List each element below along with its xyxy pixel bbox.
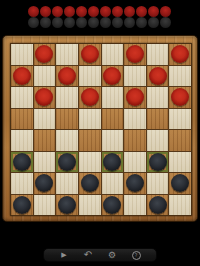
square-13[interactable] — [11, 109, 33, 130]
light-square[interactable] — [147, 44, 169, 65]
red-tray-piece — [160, 6, 171, 17]
settings-button[interactable]: ⚙ — [106, 249, 118, 261]
light-square[interactable] — [169, 152, 191, 173]
red-piece[interactable] — [81, 45, 99, 63]
square-19[interactable] — [124, 130, 146, 151]
red-piece[interactable] — [35, 88, 53, 106]
light-square[interactable] — [34, 195, 56, 216]
black-tray-piece — [136, 17, 147, 28]
red-piece[interactable] — [171, 88, 189, 106]
board-frame — [2, 35, 198, 222]
light-square[interactable] — [102, 44, 124, 65]
help-button[interactable]: ? — [130, 249, 142, 261]
black-piece[interactable] — [58, 196, 76, 214]
red-piece[interactable] — [149, 67, 167, 85]
play-button[interactable]: ▶ — [58, 249, 70, 261]
square-14[interactable] — [56, 109, 78, 130]
red-tray-piece — [136, 6, 147, 17]
black-tray-piece — [88, 17, 99, 28]
black-tray-piece — [52, 17, 63, 28]
light-square[interactable] — [56, 130, 78, 151]
red-tray-piece — [28, 6, 39, 17]
light-square[interactable] — [56, 173, 78, 194]
red-piece[interactable] — [171, 45, 189, 63]
black-tray-row — [28, 17, 172, 28]
square-1[interactable] — [34, 44, 56, 65]
light-square[interactable] — [169, 195, 191, 216]
light-square[interactable] — [79, 152, 101, 173]
gear-icon: ⚙ — [108, 251, 116, 260]
black-tray-piece — [76, 17, 87, 28]
light-square[interactable] — [11, 130, 33, 151]
play-icon: ▶ — [61, 252, 66, 259]
square-2[interactable] — [79, 44, 101, 65]
square-30[interactable] — [56, 195, 78, 216]
square-11[interactable] — [124, 87, 146, 108]
square-4[interactable] — [169, 44, 191, 65]
undo-icon: ↶ — [84, 250, 92, 260]
red-piece[interactable] — [126, 88, 144, 106]
captured-piece-tray — [28, 6, 172, 28]
square-21[interactable] — [11, 152, 33, 173]
black-tray-piece — [64, 17, 75, 28]
square-17[interactable] — [34, 130, 56, 151]
light-square[interactable] — [124, 195, 146, 216]
light-square[interactable] — [124, 152, 146, 173]
black-piece[interactable] — [13, 196, 31, 214]
square-31[interactable] — [102, 195, 124, 216]
black-tray-piece — [40, 17, 51, 28]
square-25[interactable] — [34, 173, 56, 194]
square-20[interactable] — [169, 130, 191, 151]
black-piece[interactable] — [35, 174, 53, 192]
light-square[interactable] — [102, 87, 124, 108]
red-tray-piece — [124, 6, 135, 17]
light-square[interactable] — [79, 66, 101, 87]
red-tray-piece — [112, 6, 123, 17]
light-square[interactable] — [124, 109, 146, 130]
black-piece[interactable] — [149, 196, 167, 214]
light-square[interactable] — [34, 66, 56, 87]
light-square[interactable] — [169, 66, 191, 87]
square-5[interactable] — [11, 66, 33, 87]
square-9[interactable] — [34, 87, 56, 108]
red-piece[interactable] — [35, 45, 53, 63]
light-square[interactable] — [147, 173, 169, 194]
black-piece[interactable] — [58, 153, 76, 171]
black-tray-piece — [124, 17, 135, 28]
black-piece[interactable] — [126, 174, 144, 192]
help-icon: ? — [132, 251, 141, 260]
red-tray-piece — [52, 6, 63, 17]
black-tray-piece — [160, 17, 171, 28]
square-23[interactable] — [102, 152, 124, 173]
square-16[interactable] — [147, 109, 169, 130]
red-tray-piece — [148, 6, 159, 17]
black-tray-piece — [148, 17, 159, 28]
light-square[interactable] — [34, 109, 56, 130]
square-6[interactable] — [56, 66, 78, 87]
bottom-toolbar: ▶ ↶ ⚙ ? — [43, 248, 157, 262]
black-piece[interactable] — [149, 153, 167, 171]
light-square[interactable] — [11, 44, 33, 65]
light-square[interactable] — [147, 87, 169, 108]
red-tray-piece — [88, 6, 99, 17]
light-square[interactable] — [102, 173, 124, 194]
light-square[interactable] — [124, 66, 146, 87]
black-piece[interactable] — [103, 196, 121, 214]
square-15[interactable] — [102, 109, 124, 130]
light-square[interactable] — [102, 130, 124, 151]
light-square[interactable] — [56, 44, 78, 65]
red-piece[interactable] — [58, 67, 76, 85]
red-tray-piece — [100, 6, 111, 17]
square-27[interactable] — [124, 173, 146, 194]
square-3[interactable] — [124, 44, 146, 65]
square-24[interactable] — [147, 152, 169, 173]
square-10[interactable] — [79, 87, 101, 108]
square-28[interactable] — [169, 173, 191, 194]
light-square[interactable] — [169, 109, 191, 130]
red-piece[interactable] — [13, 67, 31, 85]
square-8[interactable] — [147, 66, 169, 87]
red-tray-piece — [64, 6, 75, 17]
red-piece[interactable] — [103, 67, 121, 85]
square-12[interactable] — [169, 87, 191, 108]
light-square[interactable] — [56, 87, 78, 108]
black-tray-piece — [28, 17, 39, 28]
red-piece[interactable] — [81, 88, 99, 106]
light-square[interactable] — [11, 173, 33, 194]
light-square[interactable] — [79, 109, 101, 130]
black-tray-piece — [100, 17, 111, 28]
black-tray-piece — [112, 17, 123, 28]
square-29[interactable] — [11, 195, 33, 216]
light-square[interactable] — [147, 130, 169, 151]
light-square[interactable] — [79, 195, 101, 216]
black-piece[interactable] — [13, 153, 31, 171]
light-square[interactable] — [34, 152, 56, 173]
red-piece[interactable] — [126, 45, 144, 63]
square-22[interactable] — [56, 152, 78, 173]
undo-button[interactable]: ↶ — [82, 249, 94, 261]
square-7[interactable] — [102, 66, 124, 87]
black-piece[interactable] — [171, 174, 189, 192]
checkers-app-screen: ▶ ↶ ⚙ ? — [0, 0, 200, 266]
square-32[interactable] — [147, 195, 169, 216]
black-piece[interactable] — [103, 153, 121, 171]
red-tray-piece — [40, 6, 51, 17]
red-tray-row — [28, 6, 172, 17]
checkers-board — [10, 43, 192, 216]
black-piece[interactable] — [81, 174, 99, 192]
square-18[interactable] — [79, 130, 101, 151]
red-tray-piece — [76, 6, 87, 17]
light-square[interactable] — [11, 87, 33, 108]
square-26[interactable] — [79, 173, 101, 194]
